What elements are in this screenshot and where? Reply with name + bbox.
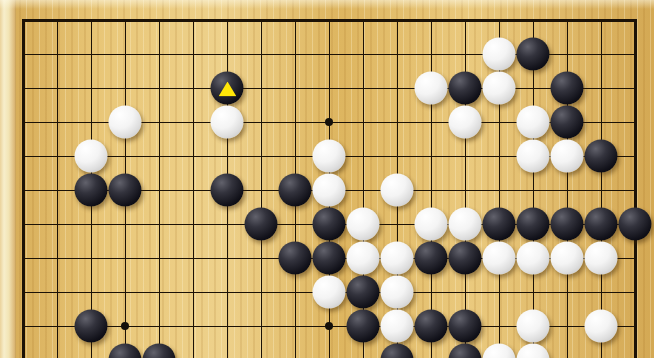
black-stone <box>279 242 312 275</box>
white-stone <box>381 242 414 275</box>
white-stone <box>483 38 516 71</box>
white-stone <box>415 208 448 241</box>
go-board[interactable] <box>0 0 654 358</box>
black-stone <box>75 174 108 207</box>
white-stone <box>483 72 516 105</box>
star-point <box>325 322 333 330</box>
grid-line <box>601 19 602 358</box>
white-stone <box>381 276 414 309</box>
black-stone <box>449 242 482 275</box>
white-stone <box>483 242 516 275</box>
last-move-triangle-marker-icon <box>219 82 237 97</box>
white-stone <box>449 208 482 241</box>
white-stone <box>381 310 414 343</box>
grid-line <box>465 19 466 358</box>
black-stone <box>551 106 584 139</box>
white-stone <box>551 242 584 275</box>
black-stone <box>415 242 448 275</box>
grid-line <box>159 19 160 358</box>
white-stone <box>449 106 482 139</box>
white-stone <box>517 310 550 343</box>
black-stone <box>347 310 380 343</box>
black-stone <box>109 174 142 207</box>
black-stone <box>483 208 516 241</box>
white-stone <box>313 276 346 309</box>
black-stone <box>211 72 244 105</box>
board-edge-strip <box>0 0 16 358</box>
black-stone <box>517 38 550 71</box>
black-stone <box>517 208 550 241</box>
black-stone <box>279 174 312 207</box>
grid-line <box>22 88 637 89</box>
white-stone <box>517 106 550 139</box>
black-stone <box>211 174 244 207</box>
grid-line <box>431 19 432 358</box>
white-stone <box>211 106 244 139</box>
star-point <box>121 322 129 330</box>
white-stone <box>517 140 550 173</box>
white-stone <box>585 242 618 275</box>
black-stone <box>449 72 482 105</box>
white-stone <box>347 242 380 275</box>
grid-line <box>22 19 25 358</box>
white-stone <box>585 310 618 343</box>
black-stone <box>415 310 448 343</box>
star-point <box>325 118 333 126</box>
black-stone <box>585 208 618 241</box>
white-stone <box>109 106 142 139</box>
white-stone <box>415 72 448 105</box>
black-stone <box>585 140 618 173</box>
black-stone <box>313 242 346 275</box>
black-stone <box>551 208 584 241</box>
white-stone <box>551 140 584 173</box>
black-stone <box>449 310 482 343</box>
white-stone <box>381 174 414 207</box>
black-stone <box>313 208 346 241</box>
white-stone <box>347 208 380 241</box>
white-stone <box>313 174 346 207</box>
white-stone <box>75 140 108 173</box>
grid-line <box>567 19 568 358</box>
white-stone <box>313 140 346 173</box>
black-stone <box>75 310 108 343</box>
white-stone <box>517 242 550 275</box>
black-stone <box>347 276 380 309</box>
grid-line <box>261 19 262 358</box>
grid-line <box>22 19 637 22</box>
black-stone <box>619 208 652 241</box>
black-stone <box>551 72 584 105</box>
grid-line <box>193 19 194 358</box>
black-stone <box>245 208 278 241</box>
grid-line <box>634 19 637 358</box>
grid-line <box>57 19 58 358</box>
